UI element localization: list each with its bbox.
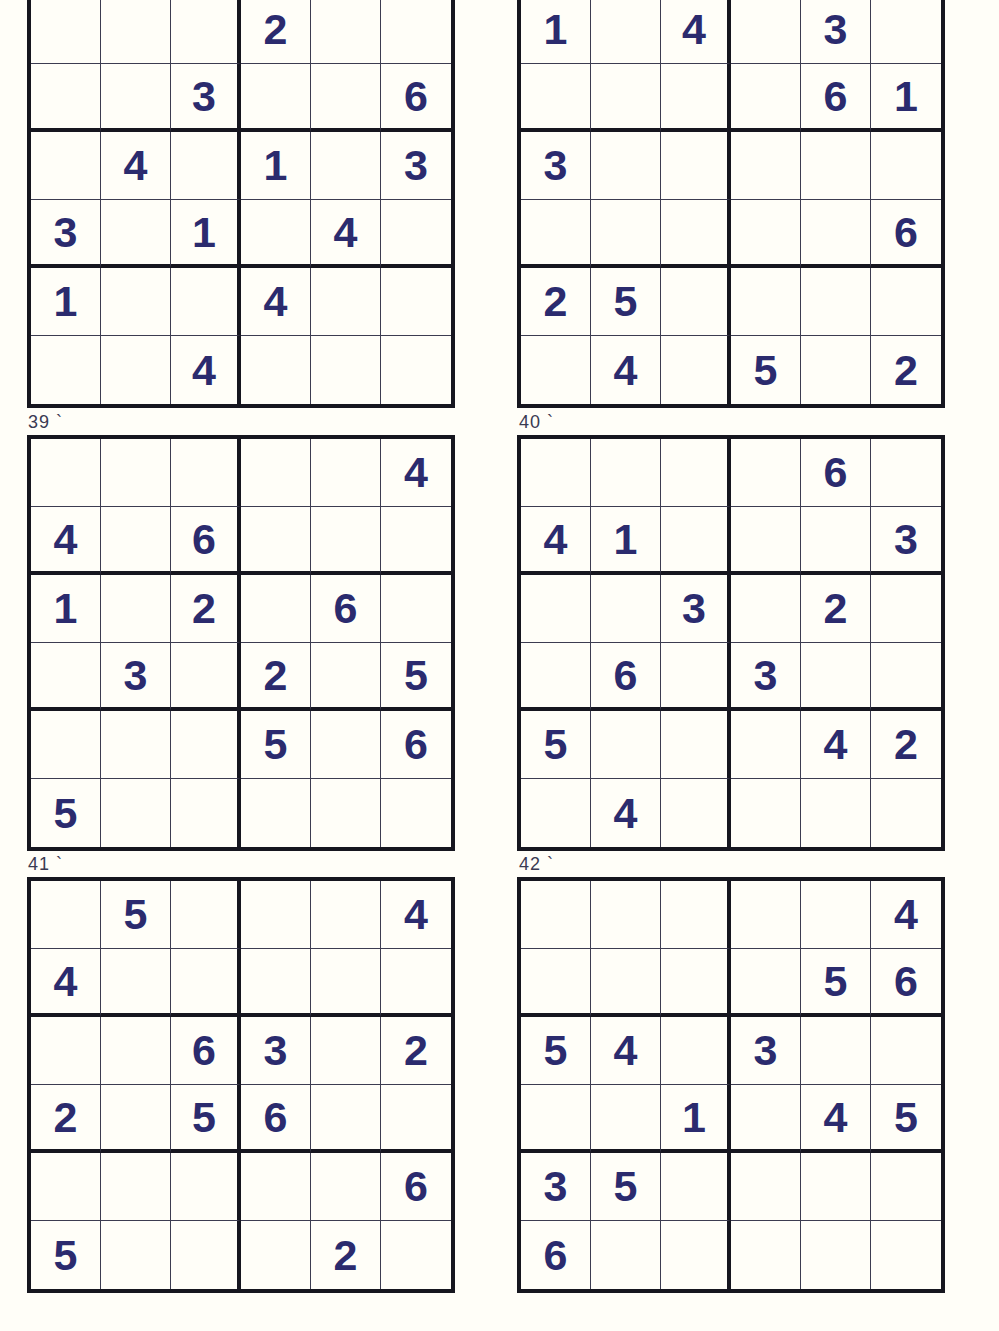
cell-r3c6[interactable]: 2 — [381, 1017, 451, 1085]
cell-r1c4[interactable] — [241, 439, 311, 507]
cell-r5c3[interactable] — [661, 268, 731, 336]
cell-r4c1[interactable]: 3 — [31, 200, 101, 268]
cell-r1c6[interactable] — [381, 0, 451, 64]
cell-r5c6[interactable] — [871, 1153, 941, 1221]
puzzle-42-label: 42 ` — [519, 854, 554, 875]
cell-r6c5[interactable]: 2 — [311, 1221, 381, 1289]
cell-r3c4[interactable]: 3 — [241, 1017, 311, 1085]
cell-r3c6[interactable] — [381, 575, 451, 643]
cell-r6c2[interactable]: 4 — [591, 779, 661, 847]
cell-r6c2[interactable]: 4 — [591, 336, 661, 404]
cell-r2c2[interactable] — [591, 64, 661, 132]
cell-r3c6[interactable] — [871, 1017, 941, 1085]
cell-r3c6[interactable] — [871, 132, 941, 200]
cell-r3c1[interactable]: 3 — [521, 132, 591, 200]
cell-r2c1[interactable]: 4 — [521, 507, 591, 575]
cell-r1c3[interactable] — [661, 439, 731, 507]
cell-r5c2[interactable] — [101, 268, 171, 336]
cell-r1c4[interactable]: 2 — [241, 0, 311, 64]
cell-r1c2[interactable] — [101, 439, 171, 507]
cell-r4c6[interactable]: 5 — [381, 643, 451, 711]
cell-r3c5[interactable] — [801, 1017, 871, 1085]
cell-r1c2[interactable] — [101, 0, 171, 64]
cell-r3c3[interactable] — [661, 132, 731, 200]
cell-r2c5[interactable] — [311, 64, 381, 132]
cell-r1c3[interactable] — [171, 881, 241, 949]
cell-r1c2[interactable] — [591, 881, 661, 949]
cell-r5c3[interactable] — [661, 1153, 731, 1221]
cell-r4c3[interactable] — [171, 643, 241, 711]
cell-r1c4[interactable] — [731, 0, 801, 64]
cell-r6c6[interactable] — [381, 336, 451, 404]
cell-r6c6[interactable] — [381, 1221, 451, 1289]
cell-r1c1[interactable]: 1 — [521, 0, 591, 64]
cell-r1c6[interactable]: 4 — [381, 881, 451, 949]
cell-r2c6[interactable]: 6 — [381, 64, 451, 132]
cell-r1c4[interactable] — [731, 881, 801, 949]
cell-r2c4[interactable] — [731, 64, 801, 132]
cell-r5c6[interactable]: 6 — [381, 1153, 451, 1221]
cell-r5c4[interactable] — [731, 1153, 801, 1221]
cell-r5c6[interactable] — [381, 268, 451, 336]
cell-r2c1[interactable] — [31, 64, 101, 132]
cell-r6c5[interactable] — [801, 336, 871, 404]
cell-r2c4[interactable] — [731, 949, 801, 1017]
cell-r2c6[interactable]: 6 — [871, 949, 941, 1017]
cell-r1c2[interactable]: 5 — [101, 881, 171, 949]
cell-r3c5[interactable] — [311, 132, 381, 200]
cell-r4c6[interactable] — [381, 200, 451, 268]
cell-r3c2[interactable] — [101, 1017, 171, 1085]
cell-r6c3[interactable] — [661, 336, 731, 404]
puzzle-39-label: 39 ` — [28, 412, 63, 433]
cell-r5c6[interactable] — [871, 268, 941, 336]
cell-r4c4[interactable] — [731, 1085, 801, 1153]
cell-r2c3[interactable] — [661, 949, 731, 1017]
cell-r6c6[interactable] — [871, 779, 941, 847]
puzzle-41-label: 41 ` — [28, 854, 63, 875]
cell-r2c1[interactable] — [521, 64, 591, 132]
cell-r5c4[interactable]: 5 — [241, 711, 311, 779]
cell-r5c1[interactable] — [31, 1153, 101, 1221]
cell-r1c5[interactable] — [801, 881, 871, 949]
cell-r1c5[interactable] — [311, 881, 381, 949]
cell-r2c4[interactable] — [731, 507, 801, 575]
cell-r4c5[interactable] — [801, 200, 871, 268]
cell-r3c4[interactable]: 1 — [241, 132, 311, 200]
cell-r2c3[interactable] — [661, 507, 731, 575]
cell-r5c5[interactable] — [801, 268, 871, 336]
cell-r5c2[interactable]: 5 — [591, 268, 661, 336]
cell-r6c3[interactable]: 4 — [171, 336, 241, 404]
cell-r6c1[interactable] — [31, 336, 101, 404]
cell-r4c2[interactable]: 6 — [591, 643, 661, 711]
cell-r3c3[interactable]: 2 — [171, 575, 241, 643]
cell-r6c3[interactable] — [661, 779, 731, 847]
cell-r3c1[interactable] — [31, 1017, 101, 1085]
cell-r1c6[interactable]: 4 — [871, 881, 941, 949]
cell-r6c3[interactable] — [171, 1221, 241, 1289]
cell-r6c2[interactable] — [101, 779, 171, 847]
cell-r2c3[interactable] — [661, 64, 731, 132]
cell-r2c5[interactable] — [311, 507, 381, 575]
cell-r1c6[interactable] — [871, 0, 941, 64]
cell-r5c3[interactable] — [661, 711, 731, 779]
puzzle-40-label: 40 ` — [519, 412, 554, 433]
cell-r4c2[interactable] — [101, 200, 171, 268]
cell-r2c3[interactable]: 6 — [171, 507, 241, 575]
cell-r4c3[interactable]: 1 — [661, 1085, 731, 1153]
cell-r5c5[interactable] — [801, 1153, 871, 1221]
cell-r1c6[interactable] — [871, 439, 941, 507]
sudoku-grid-40: 641332635424 — [517, 435, 945, 851]
cell-r6c4[interactable] — [731, 779, 801, 847]
cell-r6c6[interactable] — [871, 1221, 941, 1289]
cell-r3c3[interactable] — [661, 1017, 731, 1085]
cell-r2c4[interactable] — [241, 507, 311, 575]
cell-r3c5[interactable] — [311, 1017, 381, 1085]
cell-r2c1[interactable]: 4 — [31, 949, 101, 1017]
cell-r2c4[interactable] — [241, 949, 311, 1017]
cell-r4c1[interactable] — [521, 1085, 591, 1153]
cell-r1c6[interactable]: 4 — [381, 439, 451, 507]
cell-r1c3[interactable] — [171, 0, 241, 64]
cell-r5c4[interactable]: 4 — [241, 268, 311, 336]
cell-r3c4[interactable] — [241, 575, 311, 643]
cell-r5c2[interactable] — [101, 711, 171, 779]
cell-r2c5[interactable]: 6 — [801, 64, 871, 132]
cell-r4c2[interactable]: 3 — [101, 643, 171, 711]
cell-r6c5[interactable] — [311, 336, 381, 404]
cell-r1c2[interactable] — [591, 439, 661, 507]
cell-r1c1[interactable] — [31, 881, 101, 949]
sudoku-grid-42: 456543145356 — [517, 877, 945, 1293]
cell-r6c5[interactable] — [801, 779, 871, 847]
cell-r6c1[interactable]: 6 — [521, 1221, 591, 1289]
cell-r3c6[interactable]: 3 — [381, 132, 451, 200]
cell-r2c4[interactable] — [241, 64, 311, 132]
cell-r4c2[interactable] — [101, 1085, 171, 1153]
cell-r4c6[interactable]: 5 — [871, 1085, 941, 1153]
cell-r4c1[interactable] — [31, 643, 101, 711]
cell-r6c3[interactable] — [171, 779, 241, 847]
cell-r6c2[interactable] — [101, 336, 171, 404]
cell-r5c3[interactable] — [171, 268, 241, 336]
cell-r5c5[interactable] — [311, 268, 381, 336]
cell-r4c6[interactable] — [871, 643, 941, 711]
cell-r6c6[interactable] — [381, 779, 451, 847]
cell-r6c4[interactable] — [241, 1221, 311, 1289]
cell-r3c5[interactable]: 6 — [311, 575, 381, 643]
cell-r4c5[interactable] — [801, 643, 871, 711]
cell-r3c4[interactable]: 3 — [731, 1017, 801, 1085]
cell-r2c5[interactable] — [311, 949, 381, 1017]
cell-r3c3[interactable] — [171, 132, 241, 200]
cell-r6c4[interactable]: 5 — [731, 336, 801, 404]
cell-r6c2[interactable] — [101, 1221, 171, 1289]
cell-r5c1[interactable]: 3 — [521, 1153, 591, 1221]
cell-r3c1[interactable]: 1 — [31, 575, 101, 643]
cell-r2c6[interactable]: 1 — [871, 64, 941, 132]
cell-r3c5[interactable]: 2 — [801, 575, 871, 643]
cell-r3c1[interactable] — [521, 575, 591, 643]
cell-r5c1[interactable]: 2 — [521, 268, 591, 336]
cell-r2c6[interactable] — [381, 507, 451, 575]
cell-r3c4[interactable] — [731, 575, 801, 643]
cell-r5c3[interactable] — [171, 711, 241, 779]
cell-r5c2[interactable] — [101, 1153, 171, 1221]
cell-r3c3[interactable]: 6 — [171, 1017, 241, 1085]
cell-r6c4[interactable] — [241, 336, 311, 404]
cell-r4c3[interactable] — [661, 643, 731, 711]
cell-r5c3[interactable] — [171, 1153, 241, 1221]
cell-r2c3[interactable]: 3 — [171, 64, 241, 132]
cell-r2c1[interactable] — [521, 949, 591, 1017]
cell-r6c3[interactable] — [661, 1221, 731, 1289]
cell-r2c2[interactable] — [101, 949, 171, 1017]
cell-r1c5[interactable]: 3 — [801, 0, 871, 64]
cell-r5c4[interactable] — [241, 1153, 311, 1221]
cell-r6c2[interactable] — [591, 1221, 661, 1289]
cell-r5c1[interactable] — [31, 711, 101, 779]
cell-r3c4[interactable] — [731, 132, 801, 200]
cell-r6c4[interactable] — [731, 1221, 801, 1289]
cell-r6c1[interactable] — [521, 336, 591, 404]
cell-r3c5[interactable] — [801, 132, 871, 200]
cell-r6c1[interactable]: 5 — [31, 779, 101, 847]
cell-r6c1[interactable] — [521, 779, 591, 847]
cell-r2c3[interactable] — [171, 949, 241, 1017]
cell-r1c5[interactable] — [311, 439, 381, 507]
cell-r2c5[interactable]: 5 — [801, 949, 871, 1017]
cell-r4c4[interactable] — [731, 200, 801, 268]
cell-r5c4[interactable] — [731, 268, 801, 336]
cell-r4c3[interactable]: 1 — [171, 200, 241, 268]
cell-r2c1[interactable]: 4 — [31, 507, 101, 575]
cell-r4c5[interactable]: 4 — [801, 1085, 871, 1153]
cell-r4c3[interactable]: 5 — [171, 1085, 241, 1153]
cell-r5c1[interactable]: 5 — [521, 711, 591, 779]
cell-r5c5[interactable] — [311, 711, 381, 779]
cell-r4c5[interactable] — [311, 1085, 381, 1153]
cell-r2c5[interactable] — [801, 507, 871, 575]
cell-r5c1[interactable]: 1 — [31, 268, 101, 336]
cell-r3c2[interactable] — [591, 132, 661, 200]
cell-r4c6[interactable] — [381, 1085, 451, 1153]
cell-r2c2[interactable] — [101, 507, 171, 575]
cell-r3c1[interactable]: 5 — [521, 1017, 591, 1085]
cell-r5c5[interactable]: 4 — [801, 711, 871, 779]
cell-r4c5[interactable] — [311, 643, 381, 711]
cell-r6c5[interactable] — [801, 1221, 871, 1289]
cell-r4c1[interactable]: 2 — [31, 1085, 101, 1153]
sudoku-grid-top-right: 143613625452 — [517, 0, 945, 408]
cell-r3c1[interactable] — [31, 132, 101, 200]
cell-r4c4[interactable]: 6 — [241, 1085, 311, 1153]
sudoku-grid-39: 446126325565 — [27, 435, 455, 851]
cell-r1c1[interactable] — [521, 439, 591, 507]
cell-r2c6[interactable] — [381, 949, 451, 1017]
cell-r5c4[interactable] — [731, 711, 801, 779]
cell-r3c2[interactable]: 4 — [591, 1017, 661, 1085]
cell-r1c5[interactable]: 6 — [801, 439, 871, 507]
cell-r5c6[interactable]: 2 — [871, 711, 941, 779]
cell-r4c2[interactable] — [591, 1085, 661, 1153]
cell-r1c1[interactable] — [521, 881, 591, 949]
cell-r1c1[interactable] — [31, 0, 101, 64]
cell-r1c3[interactable]: 4 — [661, 0, 731, 64]
cell-r4c4[interactable]: 2 — [241, 643, 311, 711]
sudoku-grid-top-left: 236413314144 — [27, 0, 455, 408]
cell-r1c3[interactable] — [661, 881, 731, 949]
cell-r2c2[interactable]: 1 — [591, 507, 661, 575]
cell-r1c2[interactable] — [591, 0, 661, 64]
cell-r6c6[interactable]: 2 — [871, 336, 941, 404]
cell-r3c2[interactable] — [591, 575, 661, 643]
cell-r3c2[interactable]: 4 — [101, 132, 171, 200]
cell-r4c2[interactable] — [591, 200, 661, 268]
cell-r4c1[interactable] — [521, 643, 591, 711]
cell-r1c1[interactable] — [31, 439, 101, 507]
cell-r5c2[interactable]: 5 — [591, 1153, 661, 1221]
cell-r5c2[interactable] — [591, 711, 661, 779]
cell-r2c6[interactable]: 3 — [871, 507, 941, 575]
cell-r1c3[interactable] — [171, 439, 241, 507]
cell-r4c5[interactable]: 4 — [311, 200, 381, 268]
cell-r3c3[interactable]: 3 — [661, 575, 731, 643]
cell-r4c1[interactable] — [521, 200, 591, 268]
cell-r2c2[interactable] — [591, 949, 661, 1017]
puzzle-page: 236413314144 143613625452 39 ` 446126325… — [0, 0, 999, 1331]
cell-r5c6[interactable]: 6 — [381, 711, 451, 779]
cell-r4c3[interactable] — [661, 200, 731, 268]
cell-r3c2[interactable] — [101, 575, 171, 643]
cell-r6c4[interactable] — [241, 779, 311, 847]
cell-r6c1[interactable]: 5 — [31, 1221, 101, 1289]
cell-r1c4[interactable] — [731, 439, 801, 507]
sudoku-grid-41: 544632256652 — [27, 877, 455, 1293]
cell-r5c5[interactable] — [311, 1153, 381, 1221]
cell-r4c4[interactable] — [241, 200, 311, 268]
cell-r4c6[interactable]: 6 — [871, 200, 941, 268]
cell-r1c5[interactable] — [311, 0, 381, 64]
cell-r1c4[interactable] — [241, 881, 311, 949]
cell-r3c6[interactable] — [871, 575, 941, 643]
cell-r2c2[interactable] — [101, 64, 171, 132]
cell-r4c4[interactable]: 3 — [731, 643, 801, 711]
cell-r6c5[interactable] — [311, 779, 381, 847]
